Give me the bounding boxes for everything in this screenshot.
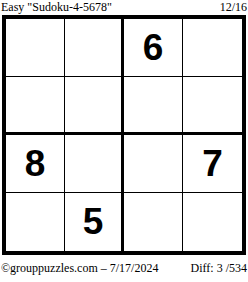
cell-r2c4[interactable] (183, 77, 242, 135)
cell-r2c1[interactable] (6, 77, 65, 135)
sudoku-page: Easy "Sudoku-4-5678" 12/16 6 8 7 5 ©grou… (0, 0, 248, 282)
puzzle-title: Easy "Sudoku-4-5678" (1, 0, 112, 14)
cell-r1c1[interactable] (6, 19, 65, 77)
cell-r4c4[interactable] (183, 193, 242, 251)
cell-r2c2[interactable] (65, 77, 124, 135)
cell-r4c2[interactable]: 5 (65, 193, 124, 251)
footer: ©grouppuzzles.com – 7/17/2024 Diff: 3 /5… (1, 261, 247, 275)
cell-r3c3[interactable] (124, 135, 183, 193)
sudoku-board: 6 8 7 5 (2, 15, 246, 255)
difficulty-text: Diff: 3 /534 (191, 261, 247, 275)
copyright-text: ©grouppuzzles.com – 7/17/2024 (1, 261, 158, 275)
cell-r1c4[interactable] (183, 19, 242, 77)
cell-r3c2[interactable] (65, 135, 124, 193)
cell-r3c4[interactable]: 7 (183, 135, 242, 193)
cell-r2c3[interactable] (124, 77, 183, 135)
cell-r1c2[interactable] (65, 19, 124, 77)
cell-r1c3[interactable]: 6 (124, 19, 183, 77)
progress-counter: 12/16 (220, 0, 247, 14)
header: Easy "Sudoku-4-5678" 12/16 (1, 0, 247, 14)
cell-r3c1[interactable]: 8 (6, 135, 65, 193)
cell-r4c3[interactable] (124, 193, 183, 251)
cell-r4c1[interactable] (6, 193, 65, 251)
